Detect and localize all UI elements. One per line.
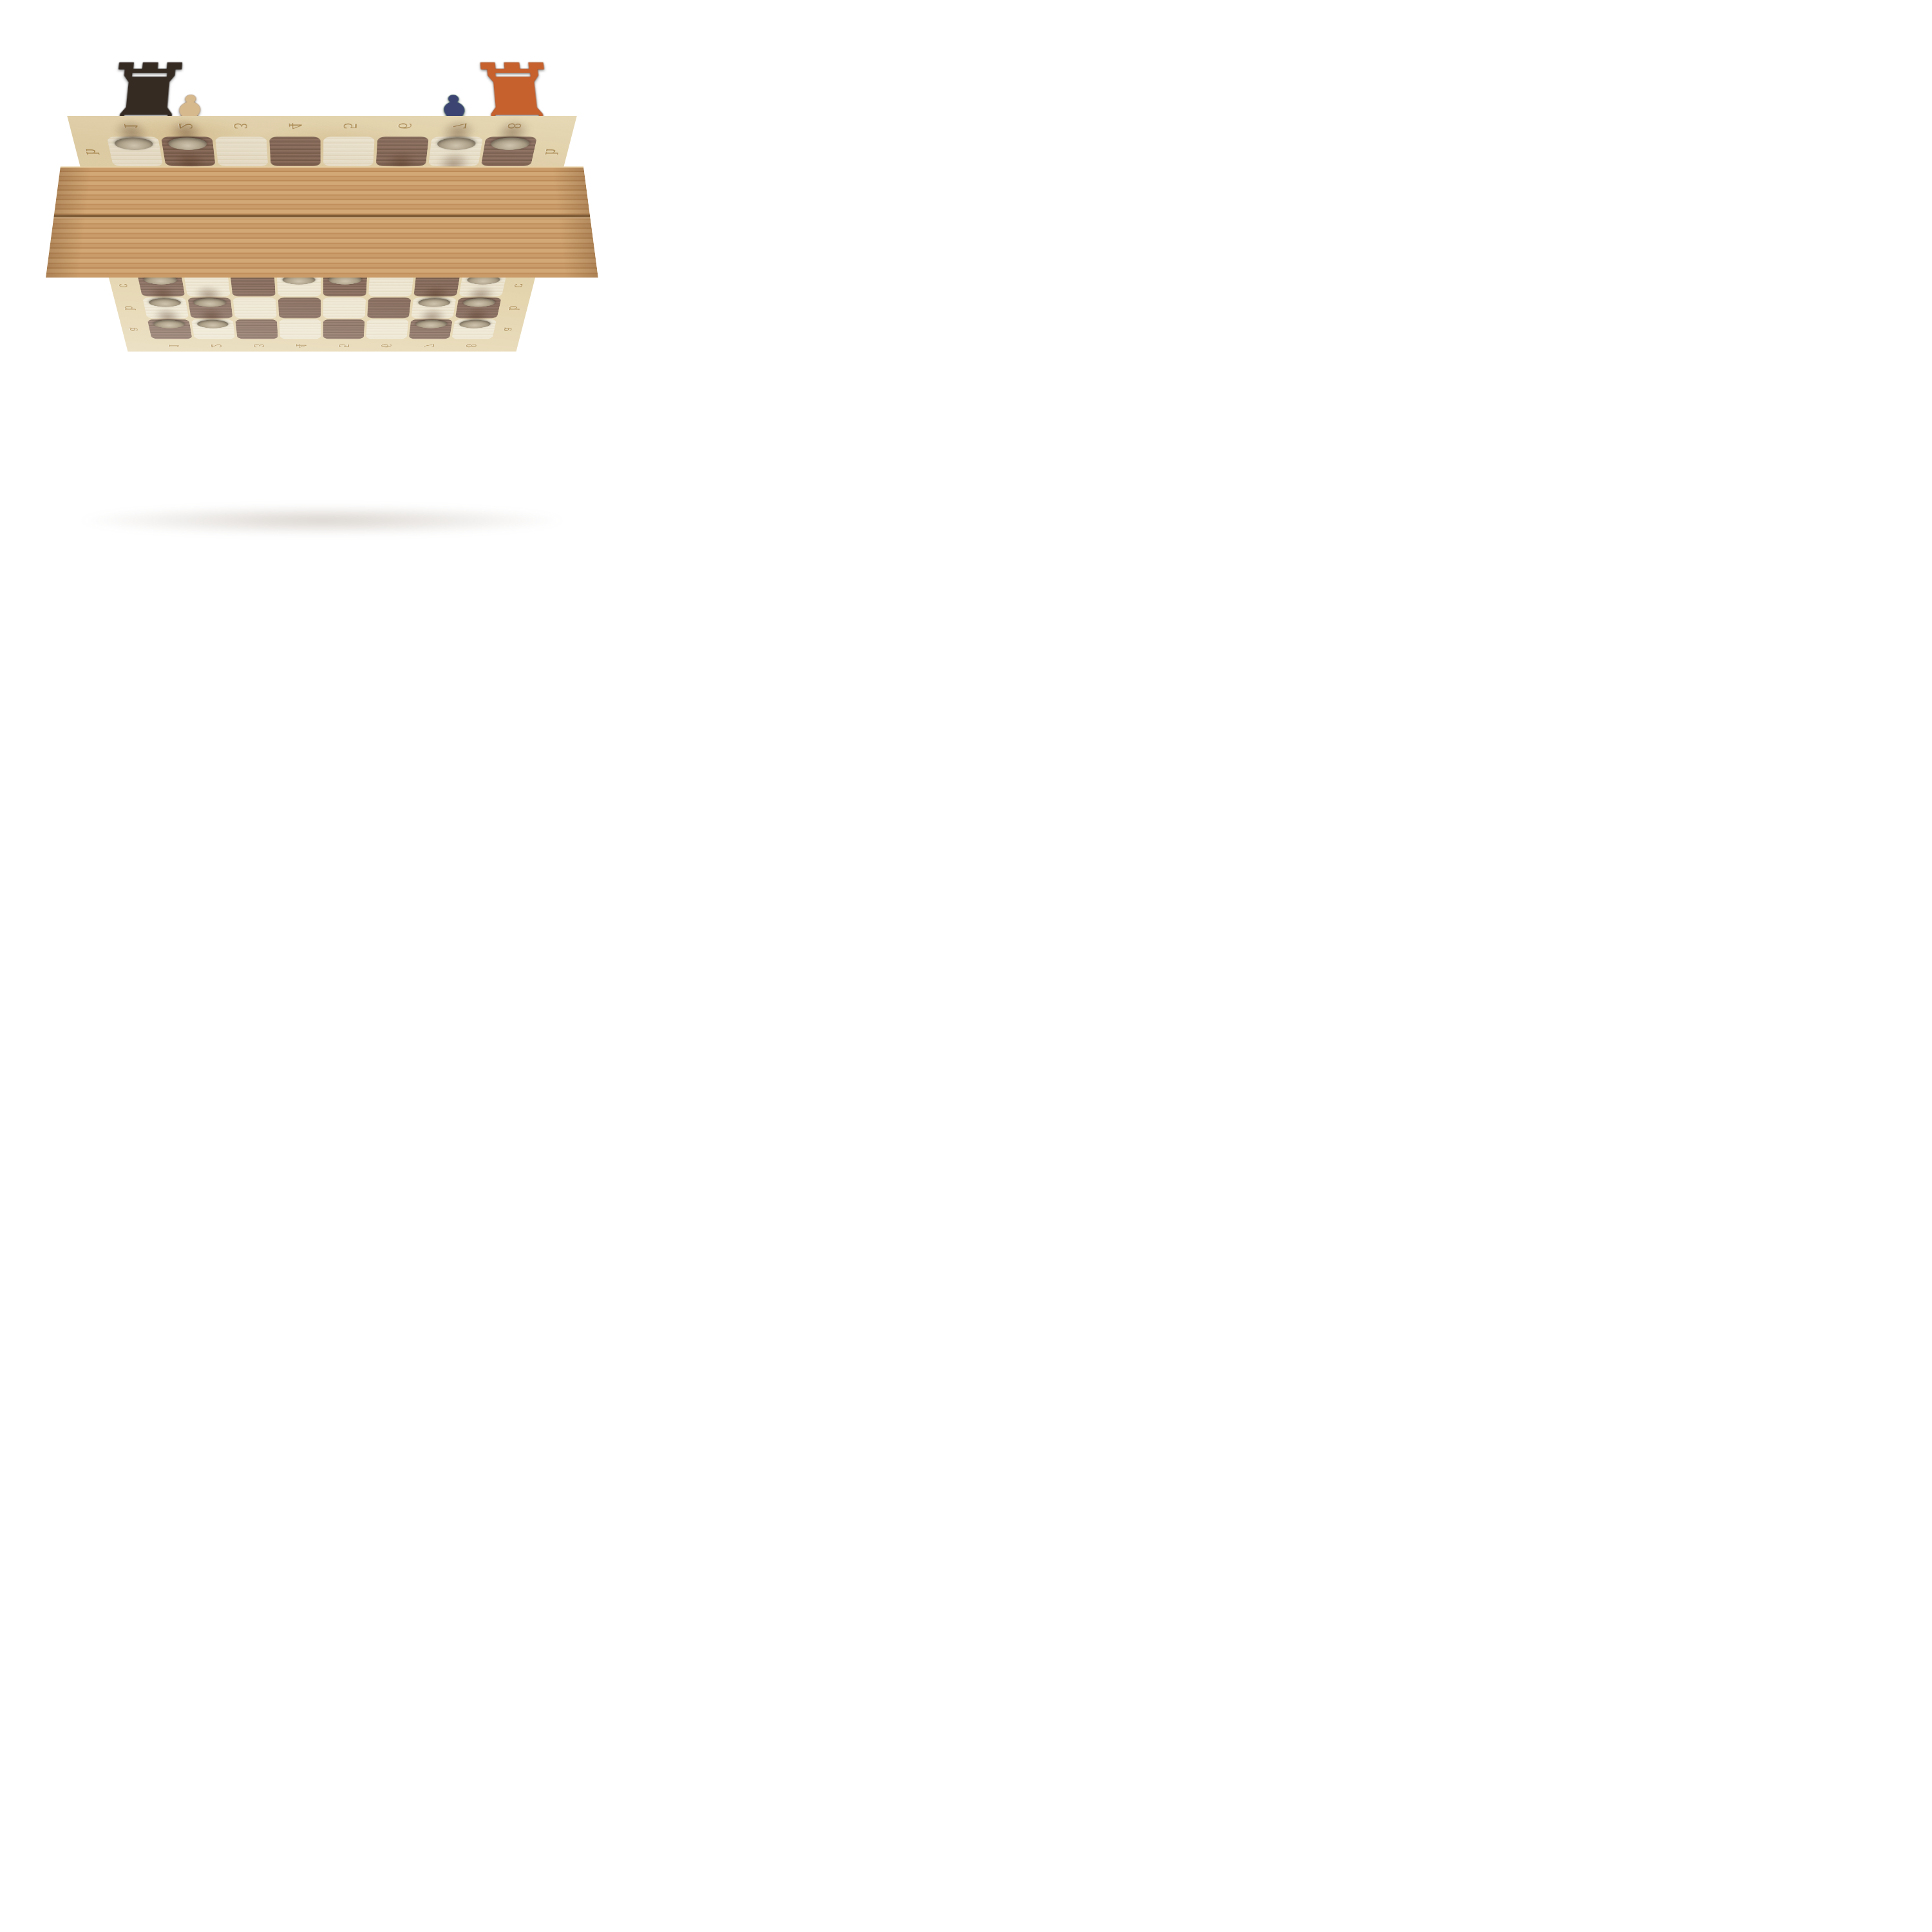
box-lid-seam bbox=[53, 214, 590, 217]
box-front-face bbox=[46, 167, 598, 278]
file-label-left-b: b bbox=[121, 306, 138, 310]
square-b3[interactable] bbox=[233, 298, 277, 318]
file-label-left-c: c bbox=[115, 283, 133, 287]
rank-label-back-6: 6 bbox=[378, 344, 394, 348]
rank-label-back-4: 4 bbox=[293, 344, 308, 348]
square-h3[interactable] bbox=[215, 137, 268, 166]
square-c6[interactable] bbox=[368, 274, 413, 296]
photo-stage: 1234567812345678abcdefghabcdefgh♜♞♝♛♚♝♜♟… bbox=[0, 0, 644, 644]
rank-label-back-1: 1 bbox=[165, 344, 182, 348]
file-label-right-c: c bbox=[510, 283, 528, 287]
rank-label-back-2: 2 bbox=[207, 344, 223, 348]
file-label-right-b: b bbox=[505, 306, 522, 310]
square-a6[interactable] bbox=[366, 319, 408, 339]
square-b4[interactable] bbox=[278, 298, 321, 318]
square-a4[interactable] bbox=[279, 319, 321, 339]
rank-label-front-4: 4 bbox=[285, 122, 305, 129]
square-a3[interactable] bbox=[235, 319, 278, 339]
square-c3[interactable] bbox=[231, 274, 276, 296]
square-h4[interactable] bbox=[269, 137, 321, 166]
square-c5[interactable] bbox=[323, 274, 367, 296]
rank-label-back-3: 3 bbox=[251, 344, 267, 348]
ground-shadow bbox=[77, 506, 567, 535]
square-h5[interactable] bbox=[323, 137, 375, 166]
rank-label-front-5: 5 bbox=[339, 122, 360, 129]
rank-label-back-7: 7 bbox=[420, 344, 436, 348]
square-b5[interactable] bbox=[323, 298, 366, 318]
rank-label-back-5: 5 bbox=[336, 344, 351, 348]
square-b6[interactable] bbox=[367, 298, 411, 318]
square-c4[interactable] bbox=[277, 274, 321, 296]
scene: 1234567812345678abcdefghabcdefgh♜♞♝♛♚♝♜♟… bbox=[0, 0, 644, 644]
rank-label-back-8: 8 bbox=[462, 344, 479, 348]
rank-label-front-3: 3 bbox=[229, 122, 250, 129]
square-a5[interactable] bbox=[323, 319, 365, 339]
rank-label-front-6: 6 bbox=[394, 122, 415, 129]
